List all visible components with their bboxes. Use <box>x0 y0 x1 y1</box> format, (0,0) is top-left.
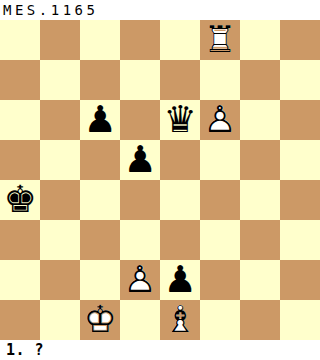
square-c4[interactable] <box>80 180 120 220</box>
square-f1[interactable] <box>200 300 240 340</box>
piece-white-pawn: ♟♙ <box>200 100 240 140</box>
square-f4[interactable] <box>200 180 240 220</box>
square-b3[interactable] <box>40 220 80 260</box>
square-c1[interactable]: ♚♔ <box>80 300 120 340</box>
square-g1[interactable] <box>240 300 280 340</box>
square-b1[interactable] <box>40 300 80 340</box>
square-f2[interactable] <box>200 260 240 300</box>
puzzle-title: MES.1165 <box>0 0 320 20</box>
square-e8[interactable] <box>160 20 200 60</box>
square-g4[interactable] <box>240 180 280 220</box>
square-g8[interactable] <box>240 20 280 60</box>
piece-black-pawn: ♟ <box>120 140 160 180</box>
move-prompt: 1. ? <box>0 340 320 360</box>
square-d5[interactable]: ♟ <box>120 140 160 180</box>
piece-outline-layer: ♗ <box>160 300 200 340</box>
chess-board: ♜♖♟♛♟♙♟♚♟♙♟♚♔♝♗ <box>0 20 320 340</box>
square-f6[interactable]: ♟♙ <box>200 100 240 140</box>
square-a2[interactable] <box>0 260 40 300</box>
piece-black-pawn: ♟ <box>80 100 120 140</box>
square-c7[interactable] <box>80 60 120 100</box>
piece-outline-layer: ♙ <box>120 260 160 300</box>
square-g5[interactable] <box>240 140 280 180</box>
square-g3[interactable] <box>240 220 280 260</box>
square-g2[interactable] <box>240 260 280 300</box>
square-h6[interactable] <box>280 100 320 140</box>
piece-black-queen: ♛ <box>160 100 200 140</box>
square-a6[interactable] <box>0 100 40 140</box>
square-b8[interactable] <box>40 20 80 60</box>
square-e7[interactable] <box>160 60 200 100</box>
square-f3[interactable] <box>200 220 240 260</box>
square-a4[interactable]: ♚ <box>0 180 40 220</box>
square-h7[interactable] <box>280 60 320 100</box>
square-c3[interactable] <box>80 220 120 260</box>
piece-white-rook: ♜♖ <box>200 20 240 60</box>
square-b2[interactable] <box>40 260 80 300</box>
square-b6[interactable] <box>40 100 80 140</box>
square-d3[interactable] <box>120 220 160 260</box>
square-b7[interactable] <box>40 60 80 100</box>
square-g7[interactable] <box>240 60 280 100</box>
square-d2[interactable]: ♟♙ <box>120 260 160 300</box>
square-f5[interactable] <box>200 140 240 180</box>
square-c2[interactable] <box>80 260 120 300</box>
square-h3[interactable] <box>280 220 320 260</box>
square-e4[interactable] <box>160 180 200 220</box>
square-c6[interactable]: ♟ <box>80 100 120 140</box>
piece-black-pawn: ♟ <box>160 260 200 300</box>
piece-white-pawn: ♟♙ <box>120 260 160 300</box>
square-b5[interactable] <box>40 140 80 180</box>
square-e6[interactable]: ♛ <box>160 100 200 140</box>
square-d8[interactable] <box>120 20 160 60</box>
square-e1[interactable]: ♝♗ <box>160 300 200 340</box>
square-c5[interactable] <box>80 140 120 180</box>
square-d7[interactable] <box>120 60 160 100</box>
piece-white-king: ♚♔ <box>80 300 120 340</box>
square-d6[interactable] <box>120 100 160 140</box>
piece-outline-layer: ♔ <box>80 300 120 340</box>
square-g6[interactable] <box>240 100 280 140</box>
square-h5[interactable] <box>280 140 320 180</box>
square-d1[interactable] <box>120 300 160 340</box>
square-e5[interactable] <box>160 140 200 180</box>
square-h4[interactable] <box>280 180 320 220</box>
piece-white-bishop: ♝♗ <box>160 300 200 340</box>
square-a3[interactable] <box>0 220 40 260</box>
square-h8[interactable] <box>280 20 320 60</box>
square-a5[interactable] <box>0 140 40 180</box>
piece-outline-layer: ♖ <box>200 20 240 60</box>
square-h1[interactable] <box>280 300 320 340</box>
piece-black-king: ♚ <box>0 180 40 220</box>
piece-outline-layer: ♙ <box>200 100 240 140</box>
square-b4[interactable] <box>40 180 80 220</box>
square-e3[interactable] <box>160 220 200 260</box>
square-c8[interactable] <box>80 20 120 60</box>
square-e2[interactable]: ♟ <box>160 260 200 300</box>
square-a1[interactable] <box>0 300 40 340</box>
square-f8[interactable]: ♜♖ <box>200 20 240 60</box>
square-f7[interactable] <box>200 60 240 100</box>
square-h2[interactable] <box>280 260 320 300</box>
square-d4[interactable] <box>120 180 160 220</box>
square-a7[interactable] <box>0 60 40 100</box>
square-a8[interactable] <box>0 20 40 60</box>
chess-puzzle-window: MES.1165 ♜♖♟♛♟♙♟♚♟♙♟♚♔♝♗ 1. ? <box>0 0 320 360</box>
